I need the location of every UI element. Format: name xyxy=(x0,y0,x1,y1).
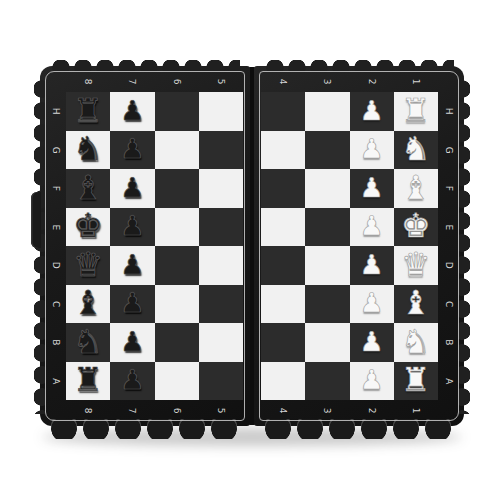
piece-wR-a1: ♜ xyxy=(401,363,431,396)
square-g2: ♟ xyxy=(350,131,394,170)
square-a3 xyxy=(305,362,349,401)
piece-bP-b7: ♟ xyxy=(120,328,144,355)
square-f7: ♟ xyxy=(110,169,154,208)
rank-labels-bottom-left: 8765 xyxy=(66,402,243,419)
square-g4 xyxy=(261,131,305,170)
square-b2: ♟ xyxy=(350,323,394,362)
square-d4 xyxy=(261,246,305,285)
piece-wP-c2: ♟ xyxy=(360,289,384,316)
scalloped-edge-top-left-half xyxy=(50,60,240,72)
square-g7: ♟ xyxy=(110,131,154,170)
square-g8: ♞ xyxy=(66,131,110,170)
piece-bP-c7: ♟ xyxy=(120,289,144,316)
piece-bB-c8: ♝ xyxy=(73,286,103,319)
square-f2: ♟ xyxy=(350,169,394,208)
square-g3 xyxy=(305,131,349,170)
chess-set-case: 8765 8765 HGFEDCBA ♜♟♞♟♝♟♚♟♛♟♝♟♞♟♜♟ 4321… xyxy=(40,66,464,426)
square-d1: ♛ xyxy=(394,246,438,285)
square-h5 xyxy=(199,92,243,131)
board-grid-right: ♟♜♟♞♟♝♟♚♟♛♟♝♟♞♟♜ xyxy=(261,92,438,400)
square-d2: ♟ xyxy=(350,246,394,285)
board-half-right: 4321 4321 HGFEDCBA ♟♜♟♞♟♝♟♚♟♛♟♝♟♞♟♜ xyxy=(254,66,464,426)
square-h4 xyxy=(261,92,305,131)
square-e5 xyxy=(199,208,243,247)
square-b4 xyxy=(261,323,305,362)
piece-bP-h7: ♟ xyxy=(120,97,144,124)
square-h7: ♟ xyxy=(110,92,154,131)
square-f6 xyxy=(155,169,199,208)
square-e8: ♚ xyxy=(66,208,110,247)
square-d8: ♛ xyxy=(66,246,110,285)
piece-wB-f1: ♝ xyxy=(401,171,431,204)
square-b3 xyxy=(305,323,349,362)
square-f3 xyxy=(305,169,349,208)
square-a2: ♟ xyxy=(350,362,394,401)
piece-wR-h1: ♜ xyxy=(401,94,431,127)
square-c2: ♟ xyxy=(350,285,394,324)
square-d3 xyxy=(305,246,349,285)
square-g5 xyxy=(199,131,243,170)
square-c5 xyxy=(199,285,243,324)
square-c4 xyxy=(261,285,305,324)
piece-bQ-d8: ♛ xyxy=(73,248,103,281)
rank-labels-bottom-right: 4321 xyxy=(261,402,438,419)
square-f1: ♝ xyxy=(394,169,438,208)
piece-wP-a2: ♟ xyxy=(360,366,384,393)
square-h3 xyxy=(305,92,349,131)
square-d5 xyxy=(199,246,243,285)
square-f5 xyxy=(199,169,243,208)
board-half-left: 8765 8765 HGFEDCBA ♜♟♞♟♝♟♚♟♛♟♝♟♞♟♜♟ xyxy=(40,66,250,426)
square-f8: ♝ xyxy=(66,169,110,208)
square-c7: ♟ xyxy=(110,285,154,324)
scalloped-edge-right xyxy=(458,78,470,414)
square-b5 xyxy=(199,323,243,362)
piece-wP-h2: ♟ xyxy=(360,97,384,124)
piece-wN-b1: ♞ xyxy=(401,325,431,358)
piece-bP-g7: ♟ xyxy=(120,135,144,162)
square-e2: ♟ xyxy=(350,208,394,247)
square-a1: ♜ xyxy=(394,362,438,401)
square-g6 xyxy=(155,131,199,170)
square-e6 xyxy=(155,208,199,247)
square-c8: ♝ xyxy=(66,285,110,324)
piece-bR-h8: ♜ xyxy=(73,94,103,127)
square-b1: ♞ xyxy=(394,323,438,362)
square-h1: ♜ xyxy=(394,92,438,131)
piece-bP-d7: ♟ xyxy=(120,251,144,278)
square-a5 xyxy=(199,362,243,401)
piece-wK-e1: ♚ xyxy=(401,209,431,242)
square-b7: ♟ xyxy=(110,323,154,362)
piece-bR-a8: ♜ xyxy=(73,363,103,396)
piece-bN-g8: ♞ xyxy=(73,132,103,165)
file-labels-left: HGFEDCBA xyxy=(47,92,64,400)
square-e3 xyxy=(305,208,349,247)
square-g1: ♞ xyxy=(394,131,438,170)
square-a7: ♟ xyxy=(110,362,154,401)
board-grid-left: ♜♟♞♟♝♟♚♟♛♟♝♟♞♟♜♟ xyxy=(66,92,243,400)
square-b6 xyxy=(155,323,199,362)
piece-wP-f2: ♟ xyxy=(360,174,384,201)
square-b8: ♞ xyxy=(66,323,110,362)
square-e1: ♚ xyxy=(394,208,438,247)
piece-wQ-d1: ♛ xyxy=(401,248,431,281)
square-e7: ♟ xyxy=(110,208,154,247)
square-e4 xyxy=(261,208,305,247)
piece-bP-f7: ♟ xyxy=(120,174,144,201)
piece-wP-d2: ♟ xyxy=(360,251,384,278)
piece-wB-c1: ♝ xyxy=(401,286,431,319)
scalloped-edge-top-right-half xyxy=(264,60,454,72)
square-h8: ♜ xyxy=(66,92,110,131)
square-a4 xyxy=(261,362,305,401)
square-a6 xyxy=(155,362,199,401)
square-d6 xyxy=(155,246,199,285)
piece-wP-e2: ♟ xyxy=(360,212,384,239)
square-f4 xyxy=(261,169,305,208)
piece-bB-f8: ♝ xyxy=(73,171,103,204)
piece-wN-g1: ♞ xyxy=(401,132,431,165)
square-h6 xyxy=(155,92,199,131)
file-labels-right: HGFEDCBA xyxy=(440,92,457,400)
piece-bP-e7: ♟ xyxy=(120,212,144,239)
piece-wP-g2: ♟ xyxy=(360,135,384,162)
rank-labels-top-right: 4321 xyxy=(261,73,438,90)
piece-wP-b2: ♟ xyxy=(360,328,384,355)
piece-bP-a7: ♟ xyxy=(120,366,144,393)
piece-bK-e8: ♚ xyxy=(73,209,103,242)
piece-bN-b8: ♞ xyxy=(73,325,103,358)
square-h2: ♟ xyxy=(350,92,394,131)
square-a8: ♜ xyxy=(66,362,110,401)
square-d7: ♟ xyxy=(110,246,154,285)
square-c1: ♝ xyxy=(394,285,438,324)
square-c6 xyxy=(155,285,199,324)
square-c3 xyxy=(305,285,349,324)
rank-labels-top-left: 8765 xyxy=(66,73,243,90)
